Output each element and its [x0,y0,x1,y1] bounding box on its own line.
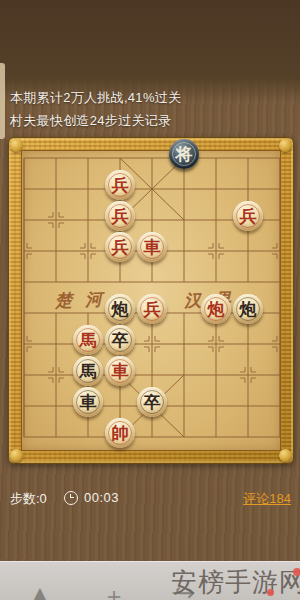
piece-red-pawn-2[interactable]: 兵 [105,201,135,231]
notification-dot [293,568,300,576]
piece-red-pawn-3[interactable]: 兵 [233,201,263,231]
watermark-text: 安榜手游网 [171,565,300,600]
record-text: 村夫最快创造24步过关记录 [10,112,171,130]
piece-red-king-red[interactable]: 帥 [105,418,135,448]
challenge-stats-text: 本期累计2万人挑战,41%过关 [10,89,181,107]
timer-text: 00:03 [84,490,119,505]
left-edge-decoration [0,63,5,139]
piece-red-horse-red[interactable]: 馬 [73,325,103,355]
move-counter: 步数:0 [10,490,47,508]
up-arrow-icon[interactable]: ▲ [28,582,52,600]
game-screen: 本期累计2万人挑战,41%过关 村夫最快创造24步过关记录 楚河 汉界 将兵兵兵… [0,0,300,600]
piece-black-soldier-1[interactable]: 卒 [105,325,135,355]
piece-red-pawn-4[interactable]: 兵 [105,232,135,262]
piece-black-horse-black[interactable]: 馬 [73,356,103,386]
plus-icon[interactable]: ＋ [102,584,126,600]
piece-red-cannon-red[interactable]: 炮 [201,294,231,324]
piece-black-cannon-1[interactable]: 炮 [105,294,135,324]
clock-icon [64,491,78,505]
comments-link[interactable]: 评论184 [243,490,291,508]
piece-black-rook-black[interactable]: 車 [73,387,103,417]
piece-black-soldier-2[interactable]: 卒 [137,387,167,417]
piece-red-rook-1[interactable]: 車 [137,232,167,262]
piece-red-rook-2[interactable]: 車 [105,356,135,386]
piece-red-pawn-1[interactable]: 兵 [105,170,135,200]
piece-red-pawn-5[interactable]: 兵 [137,294,167,324]
piece-black-general[interactable]: 将 [169,139,199,169]
notification-dot [267,589,274,596]
piece-black-cannon-2[interactable]: 炮 [233,294,263,324]
xiangqi-board: 楚河 汉界 将兵兵兵兵車炮兵炮炮馬卒馬車車卒帥 [8,137,294,464]
